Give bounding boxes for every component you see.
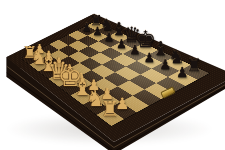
black-rook-h8[interactable]: ♜ xyxy=(186,57,202,74)
black-pawn-f7[interactable]: ♟ xyxy=(144,51,156,64)
chess-set-photo: ♜♞♝♛♚♝♞♜♟♟♟♟♟♟♟♟♟♟♟♟♟♟♟♟♜♞♝♛♚♝♞♜ xyxy=(0,0,225,150)
black-pawn-c7[interactable]: ♟ xyxy=(104,32,115,44)
black-pawn-g7[interactable]: ♟ xyxy=(159,58,171,71)
black-pawn-d7[interactable]: ♟ xyxy=(116,38,127,50)
white-rook-h1[interactable]: ♜ xyxy=(101,99,119,120)
pieces-layer: ♜♞♝♛♚♝♞♜♟♟♟♟♟♟♟♟♟♟♟♟♟♟♟♟♜♞♝♛♚♝♞♜ xyxy=(0,0,225,150)
black-pawn-h7[interactable]: ♟ xyxy=(176,66,188,80)
black-pawn-e7[interactable]: ♟ xyxy=(129,44,140,57)
black-pawn-b7[interactable]: ♟ xyxy=(92,26,102,38)
black-pawn-a7[interactable]: ♟ xyxy=(82,21,92,32)
